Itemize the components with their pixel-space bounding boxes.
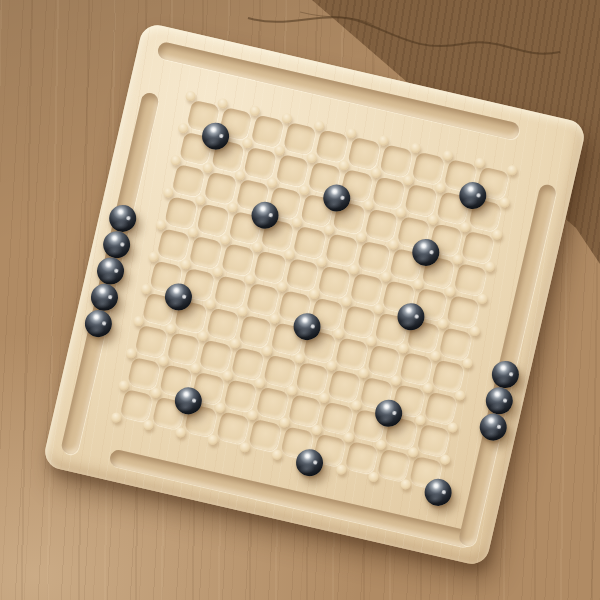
board-cell [250, 113, 284, 147]
board-cell [344, 440, 378, 474]
board-cell [366, 343, 400, 377]
board-cell [294, 361, 328, 395]
board-cell [166, 331, 200, 365]
board-cell [324, 232, 358, 266]
board-cell [203, 170, 237, 204]
board-cell [220, 242, 254, 276]
board-cell [188, 235, 222, 269]
board-cell [292, 225, 326, 259]
board-cell [423, 390, 457, 424]
board-cell [319, 400, 353, 434]
board-cell [287, 393, 321, 427]
board-cell [445, 294, 479, 328]
board-cell [371, 175, 405, 209]
board-cell [453, 262, 487, 296]
board-cell [411, 150, 445, 184]
board-cell [376, 447, 410, 481]
board-cell [247, 418, 281, 452]
board-cell [255, 385, 289, 419]
board-cell [223, 378, 257, 412]
board-cell [134, 324, 168, 358]
board-cell [245, 282, 279, 316]
board-cell [349, 272, 383, 306]
board-cell [356, 240, 390, 274]
board-cell [215, 410, 249, 444]
board-cell [438, 326, 472, 360]
board-cell [314, 128, 348, 162]
board-cell [237, 314, 271, 348]
board-cell [156, 227, 190, 261]
board-cell [171, 163, 205, 197]
board-cell [378, 143, 412, 177]
board-cell [213, 274, 247, 308]
board-cell [195, 202, 229, 236]
board-cell [198, 338, 232, 372]
board-cell [242, 146, 276, 180]
board-cell [364, 207, 398, 241]
board-cell [346, 136, 380, 170]
board-cell [341, 304, 375, 338]
board-cell [460, 230, 494, 264]
board-cell [403, 183, 437, 217]
board-cell [416, 423, 450, 457]
board-cell [334, 336, 368, 370]
board-cell [398, 351, 432, 385]
board-cell [284, 257, 318, 291]
board-cell [119, 388, 153, 422]
photo-scene [0, 0, 600, 600]
board-cell [275, 153, 309, 187]
board-cell [230, 346, 264, 380]
board-cell [205, 306, 239, 340]
board-cell [252, 249, 286, 283]
board-cell [282, 121, 316, 155]
board-cell [430, 358, 464, 392]
board-cell [262, 353, 296, 387]
board-cell [126, 356, 160, 390]
board-cell [317, 264, 351, 298]
board-cell [163, 195, 197, 229]
board-cell [327, 368, 361, 402]
